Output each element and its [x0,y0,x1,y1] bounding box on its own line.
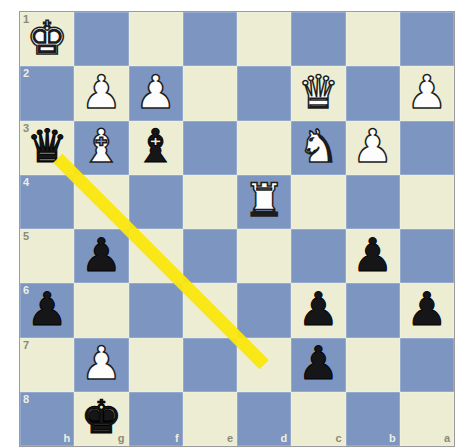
square-h6[interactable]: 6♟ [20,283,74,337]
square-g2[interactable]: ♟ [74,66,128,120]
square-c5[interactable] [291,229,345,283]
file-label-d: d [281,433,288,444]
square-e3[interactable] [183,121,237,175]
square-b7[interactable] [346,338,400,392]
square-e6[interactable] [183,283,237,337]
square-g4[interactable] [74,175,128,229]
file-label-c: c [335,433,341,444]
square-b8[interactable]: b [346,392,400,446]
square-c6[interactable]: ♟ [291,283,345,337]
square-a4[interactable] [400,175,454,229]
piece-black-pawn[interactable]: ♟ [406,282,447,336]
square-g1[interactable] [74,12,128,66]
piece-black-pawn[interactable]: ♟ [27,282,68,336]
square-d5[interactable] [237,229,291,283]
square-b3[interactable]: ♟ [346,121,400,175]
square-e1[interactable] [183,12,237,66]
piece-white-king[interactable]: ♚ [27,11,68,65]
rank-label-4: 4 [23,177,29,188]
square-b4[interactable] [346,175,400,229]
square-c1[interactable] [291,12,345,66]
chess-board: 1♚2♟♟♛♟3♛♝♝♞♟4♜5♟♟6♟♟♟7♟♟8hg♚fedcba [19,11,455,447]
page-background: 1♚2♟♟♛♟3♛♝♝♞♟4♜5♟♟6♟♟♟7♟♟8hg♚fedcba [0,0,474,447]
piece-white-rook[interactable]: ♜ [244,173,285,227]
square-c7[interactable]: ♟ [291,338,345,392]
file-label-f: f [175,433,179,444]
square-h8[interactable]: 8h [20,392,74,446]
square-c3[interactable]: ♞ [291,121,345,175]
square-f8[interactable]: f [129,392,183,446]
square-c4[interactable] [291,175,345,229]
square-f5[interactable] [129,229,183,283]
square-h7[interactable]: 7 [20,338,74,392]
square-g5[interactable]: ♟ [74,229,128,283]
square-e7[interactable] [183,338,237,392]
square-b6[interactable] [346,283,400,337]
square-a1[interactable] [400,12,454,66]
piece-white-pawn[interactable]: ♟ [81,336,122,390]
piece-black-pawn[interactable]: ♟ [298,336,339,390]
piece-white-queen[interactable]: ♛ [298,65,339,119]
file-label-h: h [64,433,71,444]
piece-black-bishop[interactable]: ♝ [135,119,176,173]
square-a3[interactable] [400,121,454,175]
square-h5[interactable]: 5 [20,229,74,283]
piece-white-pawn[interactable]: ♟ [81,65,122,119]
piece-black-queen[interactable]: ♛ [27,119,68,173]
square-e5[interactable] [183,229,237,283]
rank-label-5: 5 [23,231,29,242]
square-f6[interactable] [129,283,183,337]
square-g6[interactable] [74,283,128,337]
piece-white-pawn[interactable]: ♟ [352,119,393,173]
square-h2[interactable]: 2 [20,66,74,120]
rank-label-8: 8 [23,394,29,405]
square-f3[interactable]: ♝ [129,121,183,175]
rank-label-2: 2 [23,68,29,79]
square-h4[interactable]: 4 [20,175,74,229]
piece-white-bishop[interactable]: ♝ [81,119,122,173]
square-g3[interactable]: ♝ [74,121,128,175]
square-b5[interactable]: ♟ [346,229,400,283]
square-d1[interactable] [237,12,291,66]
square-a5[interactable] [400,229,454,283]
square-g7[interactable]: ♟ [74,338,128,392]
rank-label-7: 7 [23,340,29,351]
square-f4[interactable] [129,175,183,229]
piece-white-pawn[interactable]: ♟ [135,65,176,119]
square-d6[interactable] [237,283,291,337]
square-e8[interactable]: e [183,392,237,446]
square-d2[interactable] [237,66,291,120]
square-c8[interactable]: c [291,392,345,446]
piece-black-pawn[interactable]: ♟ [352,228,393,282]
square-a6[interactable]: ♟ [400,283,454,337]
square-d7[interactable] [237,338,291,392]
square-g8[interactable]: g♚ [74,392,128,446]
square-f7[interactable] [129,338,183,392]
square-c2[interactable]: ♛ [291,66,345,120]
piece-white-pawn[interactable]: ♟ [406,65,447,119]
piece-black-pawn[interactable]: ♟ [298,282,339,336]
square-b2[interactable] [346,66,400,120]
square-a2[interactable]: ♟ [400,66,454,120]
piece-black-pawn[interactable]: ♟ [81,228,122,282]
square-h1[interactable]: 1♚ [20,12,74,66]
square-e4[interactable] [183,175,237,229]
square-a8[interactable]: a [400,392,454,446]
square-d3[interactable] [237,121,291,175]
square-e2[interactable] [183,66,237,120]
file-label-e: e [227,433,233,444]
square-d8[interactable]: d [237,392,291,446]
square-f2[interactable]: ♟ [129,66,183,120]
square-h3[interactable]: 3♛ [20,121,74,175]
square-f1[interactable] [129,12,183,66]
piece-black-king[interactable]: ♚ [81,390,122,444]
file-label-a: a [444,433,450,444]
square-a7[interactable] [400,338,454,392]
square-d4[interactable]: ♜ [237,175,291,229]
square-b1[interactable] [346,12,400,66]
piece-white-knight[interactable]: ♞ [298,119,339,173]
file-label-b: b [389,433,396,444]
